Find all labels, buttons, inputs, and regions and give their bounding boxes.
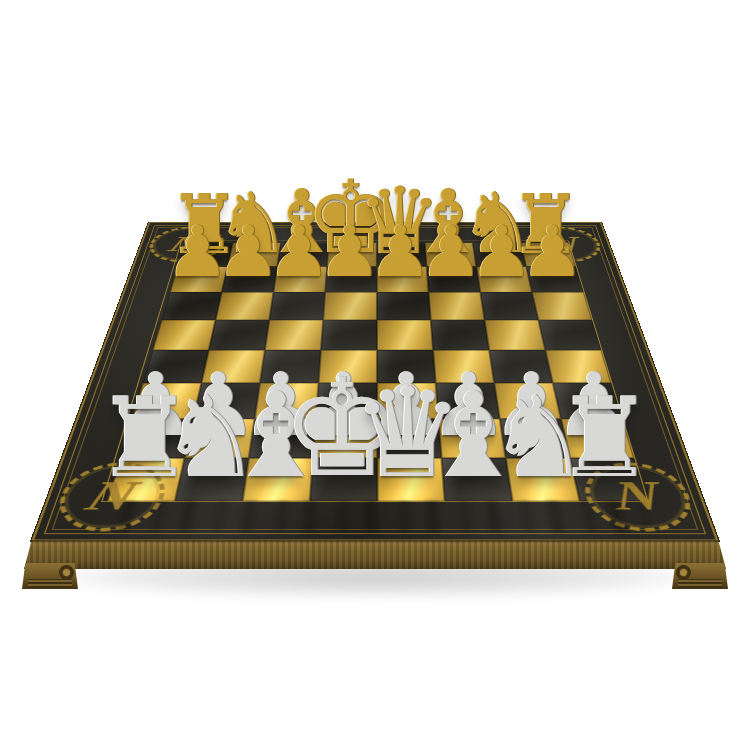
- piece-silver-rook-h1[interactable]: ♜: [556, 383, 655, 493]
- chess-set-photo: N N N N ♜♞♝♚♛♝♞♜♟♟♟♟♟♟♟♟♟♟♟♟♟♟♟♟♜♞♝♚♛♝♞♜: [0, 0, 755, 755]
- piece-gold-pawn-h7[interactable]: ♟: [521, 217, 584, 288]
- pieces-layer: ♜♞♝♚♛♝♞♜♟♟♟♟♟♟♟♟♟♟♟♟♟♟♟♟♜♞♝♚♛♝♞♜: [0, 0, 755, 755]
